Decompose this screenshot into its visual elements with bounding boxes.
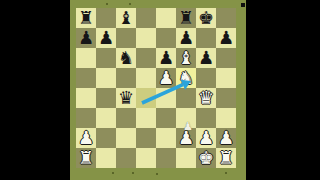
square-b4[interactable]: [96, 88, 116, 108]
square-f6[interactable]: ♝: [176, 48, 196, 68]
square-b7[interactable]: ♟: [96, 28, 116, 48]
square-d8[interactable]: [136, 8, 156, 28]
square-g2[interactable]: ♟: [196, 128, 216, 148]
black-rook[interactable]: ♜: [176, 8, 196, 28]
square-h3[interactable]: [216, 108, 236, 128]
black-pawn[interactable]: ♟: [156, 48, 176, 68]
white-knight[interactable]: ♞: [176, 68, 196, 88]
square-c3[interactable]: [116, 108, 136, 128]
chess-board-frame: ♜♝♜♚♟♟♟♟♞♟♝♟♟♞♛♛♟♟♟♟♜♚♜ ♟: [70, 0, 246, 180]
square-d6[interactable]: [136, 48, 156, 68]
square-a1[interactable]: ♜: [76, 148, 96, 168]
black-queen[interactable]: ♛: [116, 88, 136, 108]
square-c8[interactable]: ♝: [116, 8, 136, 28]
letterbox-right: [246, 0, 320, 180]
video-frame: ♜♝♜♚♟♟♟♟♞♟♝♟♟♞♛♛♟♟♟♟♜♚♜ ♟: [0, 0, 320, 180]
white-king[interactable]: ♚: [196, 148, 216, 168]
square-e3[interactable]: [156, 108, 176, 128]
square-c1[interactable]: [116, 148, 136, 168]
square-g4[interactable]: ♛: [196, 88, 216, 108]
square-h5[interactable]: [216, 68, 236, 88]
square-a6[interactable]: [76, 48, 96, 68]
white-bishop[interactable]: ♝: [176, 48, 196, 68]
square-e7[interactable]: [156, 28, 176, 48]
square-d3[interactable]: [136, 108, 156, 128]
square-h7[interactable]: ♟: [216, 28, 236, 48]
black-king[interactable]: ♚: [196, 8, 216, 28]
square-f2[interactable]: ♟: [176, 128, 196, 148]
square-d4[interactable]: [136, 88, 156, 108]
square-b2[interactable]: [96, 128, 116, 148]
square-d7[interactable]: [136, 28, 156, 48]
black-bishop[interactable]: ♝: [116, 8, 136, 28]
white-pawn[interactable]: ♟: [176, 128, 196, 148]
letterbox-left: [0, 0, 70, 180]
corner-dot: [241, 3, 245, 7]
square-a8[interactable]: ♜: [76, 8, 96, 28]
square-f5[interactable]: ♞: [176, 68, 196, 88]
square-d5[interactable]: [136, 68, 156, 88]
square-h2[interactable]: ♟: [216, 128, 236, 148]
square-b3[interactable]: [96, 108, 116, 128]
square-g8[interactable]: ♚: [196, 8, 216, 28]
black-pawn[interactable]: ♟: [196, 48, 216, 68]
square-a4[interactable]: [76, 88, 96, 108]
white-pawn[interactable]: ♟: [76, 128, 96, 148]
square-b8[interactable]: [96, 8, 116, 28]
square-c5[interactable]: [116, 68, 136, 88]
square-f1[interactable]: [176, 148, 196, 168]
square-g6[interactable]: ♟: [196, 48, 216, 68]
square-a2[interactable]: ♟: [76, 128, 96, 148]
square-g1[interactable]: ♚: [196, 148, 216, 168]
square-d2[interactable]: [136, 128, 156, 148]
square-e6[interactable]: ♟: [156, 48, 176, 68]
square-g5[interactable]: [196, 68, 216, 88]
chess-board: ♜♝♜♚♟♟♟♟♞♟♝♟♟♞♛♛♟♟♟♟♜♚♜: [76, 8, 236, 168]
square-h6[interactable]: [216, 48, 236, 68]
square-e2[interactable]: [156, 128, 176, 148]
square-c7[interactable]: [116, 28, 136, 48]
square-a5[interactable]: [76, 68, 96, 88]
square-c4[interactable]: ♛: [116, 88, 136, 108]
square-d1[interactable]: [136, 148, 156, 168]
square-g3[interactable]: [196, 108, 216, 128]
black-pawn[interactable]: ♟: [176, 28, 196, 48]
white-pawn[interactable]: ♟: [216, 128, 236, 148]
square-f7[interactable]: ♟: [176, 28, 196, 48]
square-c6[interactable]: ♞: [116, 48, 136, 68]
square-b5[interactable]: [96, 68, 116, 88]
square-e5[interactable]: ♟: [156, 68, 176, 88]
square-h4[interactable]: [216, 88, 236, 108]
black-pawn[interactable]: ♟: [216, 28, 236, 48]
square-e1[interactable]: [156, 148, 176, 168]
square-e4[interactable]: [156, 88, 176, 108]
square-a7[interactable]: ♟: [76, 28, 96, 48]
square-b6[interactable]: [96, 48, 116, 68]
square-h1[interactable]: ♜: [216, 148, 236, 168]
square-f3[interactable]: [176, 108, 196, 128]
square-f8[interactable]: ♜: [176, 8, 196, 28]
square-e8[interactable]: [156, 8, 176, 28]
border-tick-marks: [70, 0, 72, 2]
square-c2[interactable]: [116, 128, 136, 148]
white-rook[interactable]: ♜: [216, 148, 236, 168]
square-f4[interactable]: [176, 88, 196, 108]
square-g7[interactable]: [196, 28, 216, 48]
black-rook[interactable]: ♜: [76, 8, 96, 28]
white-pawn[interactable]: ♟: [156, 68, 176, 88]
square-b1[interactable]: [96, 148, 116, 168]
black-pawn[interactable]: ♟: [76, 28, 96, 48]
white-pawn[interactable]: ♟: [196, 128, 216, 148]
square-a3[interactable]: [76, 108, 96, 128]
white-queen[interactable]: ♛: [196, 88, 216, 108]
white-rook[interactable]: ♜: [76, 148, 96, 168]
black-knight[interactable]: ♞: [116, 48, 136, 68]
black-pawn[interactable]: ♟: [96, 28, 116, 48]
square-h8[interactable]: [216, 8, 236, 28]
